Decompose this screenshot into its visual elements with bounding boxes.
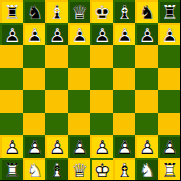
piece-glyph-stack: ♟♙: [70, 25, 90, 45]
piece-outline-glyph: ♕: [70, 160, 90, 180]
piece-glyph-stack: ♟♙: [25, 25, 45, 45]
square-g8[interactable]: ♞♘: [135, 0, 158, 23]
piece-glyph-stack: ♛♕: [70, 2, 90, 22]
square-c4[interactable]: [45, 90, 68, 113]
square-g6[interactable]: [135, 45, 158, 68]
piece-glyph-stack: ♝♗: [47, 160, 67, 180]
square-f1[interactable]: ♝♗: [113, 158, 136, 181]
black-rook-piece[interactable]: ♜♖: [160, 2, 181, 23]
square-d5[interactable]: [68, 68, 91, 91]
piece-glyph-stack: ♝♗: [47, 2, 67, 22]
piece-outline-glyph: ♔: [92, 2, 112, 22]
square-e6[interactable]: [90, 45, 113, 68]
square-a5[interactable]: [0, 68, 23, 91]
piece-glyph-stack: ♟♙: [2, 25, 22, 45]
piece-glyph-stack: ♝♗: [115, 2, 135, 22]
piece-glyph-stack: ♞♘: [137, 2, 157, 22]
piece-glyph-stack: ♛♕: [70, 160, 90, 180]
piece-glyph-stack: ♟♙: [2, 137, 22, 157]
square-f8[interactable]: ♝♗: [113, 0, 136, 23]
piece-glyph-stack: ♟♙: [115, 137, 135, 157]
piece-glyph-stack: ♟♙: [115, 25, 135, 45]
square-g5[interactable]: [135, 68, 158, 91]
piece-outline-glyph: ♙: [70, 137, 90, 157]
square-f2[interactable]: ♟♙: [113, 135, 136, 158]
piece-glyph-stack: ♞♘: [25, 2, 45, 22]
piece-glyph-stack: ♟♙: [47, 25, 67, 45]
square-b6[interactable]: [23, 45, 46, 68]
piece-glyph-stack: ♞♘: [25, 160, 45, 180]
piece-glyph-stack: ♟♙: [137, 25, 157, 45]
piece-glyph-stack: ♟♙: [25, 137, 45, 157]
black-pawn-piece[interactable]: ♟♙: [92, 25, 113, 46]
piece-outline-glyph: ♙: [2, 25, 22, 45]
white-knight-piece[interactable]: ♞♘: [25, 160, 46, 181]
piece-outline-glyph: ♕: [70, 2, 90, 22]
square-c7[interactable]: ♟♙: [45, 23, 68, 46]
white-pawn-piece[interactable]: ♟♙: [92, 137, 113, 158]
piece-glyph-stack: ♚♔: [92, 160, 112, 180]
white-pawn-piece[interactable]: ♟♙: [70, 137, 91, 158]
square-f5[interactable]: [113, 68, 136, 91]
square-b5[interactable]: [23, 68, 46, 91]
square-a4[interactable]: [0, 90, 23, 113]
white-king-piece[interactable]: ♚♔: [92, 160, 113, 181]
piece-outline-glyph: ♙: [2, 137, 22, 157]
square-a6[interactable]: [0, 45, 23, 68]
square-c6[interactable]: [45, 45, 68, 68]
white-pawn-piece[interactable]: ♟♙: [2, 137, 23, 158]
piece-outline-glyph: ♗: [115, 2, 135, 22]
square-e7[interactable]: ♟♙: [90, 23, 113, 46]
square-f6[interactable]: [113, 45, 136, 68]
piece-outline-glyph: ♖: [160, 160, 180, 180]
black-bishop-piece[interactable]: ♝♗: [47, 2, 68, 23]
piece-glyph-stack: ♜♖: [2, 160, 22, 180]
black-pawn-piece[interactable]: ♟♙: [137, 25, 158, 46]
square-a2[interactable]: ♟♙: [0, 135, 23, 158]
white-rook-piece[interactable]: ♜♖: [160, 160, 181, 181]
black-pawn-piece[interactable]: ♟♙: [2, 25, 23, 46]
piece-glyph-stack: ♜♖: [160, 160, 180, 180]
piece-outline-glyph: ♘: [25, 2, 45, 22]
square-h6[interactable]: [158, 45, 181, 68]
piece-glyph-stack: ♜♖: [160, 2, 180, 22]
square-c2[interactable]: ♟♙: [45, 135, 68, 158]
black-pawn-piece[interactable]: ♟♙: [160, 25, 181, 46]
black-pawn-piece[interactable]: ♟♙: [25, 25, 46, 46]
square-e3[interactable]: [90, 113, 113, 136]
square-d3[interactable]: [68, 113, 91, 136]
square-b8[interactable]: ♞♘: [23, 0, 46, 23]
white-pawn-piece[interactable]: ♟♙: [25, 137, 46, 158]
chess-board: ♜♖♞♘♝♗♛♕♚♔♝♗♞♘♜♖♟♙♟♙♟♙♟♙♟♙♟♙♟♙♟♙♟♙♟♙♟♙♟♙…: [0, 0, 180, 180]
square-h7[interactable]: ♟♙: [158, 23, 181, 46]
white-rook-piece[interactable]: ♜♖: [2, 160, 23, 181]
square-g2[interactable]: ♟♙: [135, 135, 158, 158]
piece-glyph-stack: ♟♙: [160, 25, 180, 45]
square-d1[interactable]: ♛♕: [68, 158, 91, 181]
piece-outline-glyph: ♙: [70, 25, 90, 45]
square-b7[interactable]: ♟♙: [23, 23, 46, 46]
black-knight-piece[interactable]: ♞♘: [137, 2, 158, 23]
piece-outline-glyph: ♖: [160, 2, 180, 22]
black-king-piece[interactable]: ♚♔: [92, 2, 113, 23]
square-d6[interactable]: [68, 45, 91, 68]
piece-outline-glyph: ♙: [47, 25, 67, 45]
piece-glyph-stack: ♟♙: [160, 137, 180, 157]
piece-outline-glyph: ♙: [160, 137, 180, 157]
square-b2[interactable]: ♟♙: [23, 135, 46, 158]
square-h3[interactable]: [158, 113, 181, 136]
square-g1[interactable]: ♞♘: [135, 158, 158, 181]
piece-outline-glyph: ♙: [92, 25, 112, 45]
square-d4[interactable]: [68, 90, 91, 113]
square-a1[interactable]: ♜♖: [0, 158, 23, 181]
piece-outline-glyph: ♗: [115, 160, 135, 180]
square-d8[interactable]: ♛♕: [68, 0, 91, 23]
black-pawn-piece[interactable]: ♟♙: [115, 25, 136, 46]
square-h2[interactable]: ♟♙: [158, 135, 181, 158]
piece-outline-glyph: ♙: [92, 137, 112, 157]
square-g4[interactable]: [135, 90, 158, 113]
piece-outline-glyph: ♙: [115, 137, 135, 157]
black-rook-piece[interactable]: ♜♖: [2, 2, 23, 23]
square-h4[interactable]: [158, 90, 181, 113]
square-c1[interactable]: ♝♗: [45, 158, 68, 181]
square-c5[interactable]: [45, 68, 68, 91]
black-bishop-piece[interactable]: ♝♗: [115, 2, 136, 23]
white-bishop-piece[interactable]: ♝♗: [47, 160, 68, 181]
square-a7[interactable]: ♟♙: [0, 23, 23, 46]
white-bishop-piece[interactable]: ♝♗: [115, 160, 136, 181]
square-d7[interactable]: ♟♙: [68, 23, 91, 46]
piece-outline-glyph: ♙: [160, 25, 180, 45]
piece-outline-glyph: ♘: [25, 160, 45, 180]
square-c8[interactable]: ♝♗: [45, 0, 68, 23]
piece-outline-glyph: ♙: [137, 137, 157, 157]
black-pawn-piece[interactable]: ♟♙: [47, 25, 68, 46]
square-f3[interactable]: [113, 113, 136, 136]
white-pawn-piece[interactable]: ♟♙: [47, 137, 68, 158]
piece-outline-glyph: ♙: [47, 137, 67, 157]
piece-glyph-stack: ♚♔: [92, 2, 112, 22]
piece-glyph-stack: ♝♗: [115, 160, 135, 180]
square-b4[interactable]: [23, 90, 46, 113]
piece-outline-glyph: ♖: [2, 2, 22, 22]
piece-glyph-stack: ♟♙: [92, 137, 112, 157]
square-h5[interactable]: [158, 68, 181, 91]
piece-outline-glyph: ♙: [115, 25, 135, 45]
square-f4[interactable]: [113, 90, 136, 113]
white-pawn-piece[interactable]: ♟♙: [137, 137, 158, 158]
square-b1[interactable]: ♞♘: [23, 158, 46, 181]
square-a3[interactable]: [0, 113, 23, 136]
piece-glyph-stack: ♟♙: [47, 137, 67, 157]
piece-glyph-stack: ♞♘: [137, 160, 157, 180]
square-h8[interactable]: ♜♖: [158, 0, 181, 23]
square-b3[interactable]: [23, 113, 46, 136]
piece-glyph-stack: ♟♙: [137, 137, 157, 157]
piece-outline-glyph: ♗: [47, 160, 67, 180]
square-g7[interactable]: ♟♙: [135, 23, 158, 46]
piece-outline-glyph: ♖: [2, 160, 22, 180]
square-a8[interactable]: ♜♖: [0, 0, 23, 23]
piece-outline-glyph: ♙: [25, 25, 45, 45]
square-h1[interactable]: ♜♖: [158, 158, 181, 181]
piece-outline-glyph: ♔: [92, 160, 112, 180]
square-c3[interactable]: [45, 113, 68, 136]
square-e2[interactable]: ♟♙: [90, 135, 113, 158]
piece-glyph-stack: ♜♖: [2, 2, 22, 22]
square-e1[interactable]: ♚♔: [90, 158, 113, 181]
piece-glyph-stack: ♟♙: [92, 25, 112, 45]
piece-outline-glyph: ♗: [47, 2, 67, 22]
white-pawn-piece[interactable]: ♟♙: [160, 137, 181, 158]
square-d2[interactable]: ♟♙: [68, 135, 91, 158]
black-pawn-piece[interactable]: ♟♙: [70, 25, 91, 46]
piece-outline-glyph: ♘: [137, 160, 157, 180]
white-knight-piece[interactable]: ♞♘: [137, 160, 158, 181]
square-f7[interactable]: ♟♙: [113, 23, 136, 46]
white-queen-piece[interactable]: ♛♕: [70, 160, 91, 181]
piece-glyph-stack: ♟♙: [70, 137, 90, 157]
white-pawn-piece[interactable]: ♟♙: [115, 137, 136, 158]
piece-outline-glyph: ♘: [137, 2, 157, 22]
black-knight-piece[interactable]: ♞♘: [25, 2, 46, 23]
square-g3[interactable]: [135, 113, 158, 136]
black-queen-piece[interactable]: ♛♕: [70, 2, 91, 23]
piece-outline-glyph: ♙: [137, 25, 157, 45]
piece-outline-glyph: ♙: [25, 137, 45, 157]
square-e8[interactable]: ♚♔: [90, 0, 113, 23]
square-e4[interactable]: [90, 90, 113, 113]
square-e5[interactable]: [90, 68, 113, 91]
